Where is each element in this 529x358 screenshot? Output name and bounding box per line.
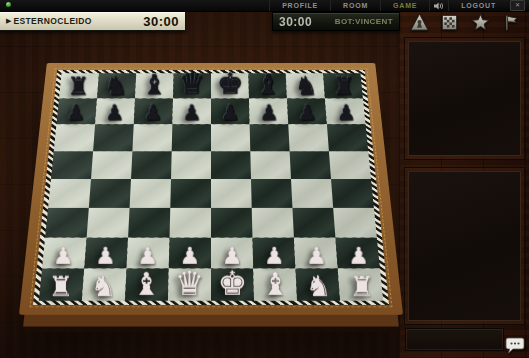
square-d7[interactable]: ♟ [172,98,211,124]
piece-black-pawn[interactable]: ♟ [172,103,211,124]
piece-white-rook[interactable]: ♜ [39,272,82,300]
square-c3[interactable] [128,208,170,238]
square-a6[interactable] [54,124,95,151]
square-d4[interactable] [170,179,211,208]
square-h7[interactable]: ♟ [325,98,366,124]
square-a2[interactable]: ♟ [42,238,87,269]
close-window-button[interactable]: ✕ [510,0,525,11]
square-a5[interactable] [51,151,93,179]
square-e6[interactable] [211,124,250,151]
square-a8[interactable]: ♜ [59,73,99,98]
square-e7[interactable]: ♟ [211,98,250,124]
piece-white-queen[interactable]: ♛ [168,267,211,300]
square-e1[interactable]: ♚ [211,269,254,301]
square-g1[interactable]: ♞ [295,269,340,301]
piece-black-bishop[interactable]: ♝ [249,71,287,99]
square-d6[interactable] [172,124,211,151]
square-e8[interactable]: ♚ [211,73,249,98]
square-d8[interactable]: ♛ [173,73,211,98]
square-f8[interactable]: ♝ [248,73,287,98]
piece-black-knight[interactable]: ♞ [287,73,325,99]
piece-black-rook[interactable]: ♜ [325,73,363,98]
board-wood-frame: ♜♞♝♛♚♝♞♜♟♟♟♟♟♟♟♟♟♟♟♟♟♟♟♟♜♞♝♛♚♝♞♜ [19,63,403,315]
white-player-clock: 30:00 [143,14,179,29]
square-h4[interactable] [331,179,374,208]
square-g2[interactable]: ♟ [294,238,338,269]
square-a4[interactable] [48,179,91,208]
board-icon[interactable] [440,13,459,32]
square-h3[interactable] [333,208,377,238]
piece-badge-icon[interactable] [410,13,429,32]
side-panel-top [404,37,525,160]
chat-bubble-icon[interactable] [505,336,525,355]
square-g7[interactable]: ♟ [287,98,327,124]
square-f2[interactable]: ♟ [252,238,295,269]
square-h6[interactable] [327,124,368,151]
square-c5[interactable] [131,151,172,179]
speaker-icon[interactable] [429,0,448,11]
square-g8[interactable]: ♞ [286,73,325,98]
square-c6[interactable] [132,124,172,151]
piece-black-pawn[interactable]: ♟ [288,103,327,124]
square-f5[interactable] [250,151,291,179]
square-e5[interactable] [211,151,251,179]
piece-black-bishop[interactable]: ♝ [135,71,173,99]
piece-white-rook[interactable]: ♜ [340,272,383,300]
piece-black-pawn[interactable]: ♟ [327,103,366,124]
piece-black-pawn[interactable]: ♟ [211,103,250,124]
square-c2[interactable]: ♟ [127,238,170,269]
piece-white-bishop[interactable]: ♝ [254,269,297,300]
black-player-name: BOT:VINCENT [335,17,393,26]
square-g4[interactable] [291,179,333,208]
square-d5[interactable] [171,151,211,179]
square-a1[interactable]: ♜ [39,269,84,301]
square-b6[interactable] [93,124,134,151]
square-e4[interactable] [211,179,252,208]
piece-black-pawn[interactable]: ♟ [134,103,173,124]
square-c1[interactable]: ♝ [125,269,169,301]
square-d1[interactable]: ♛ [168,269,211,301]
square-f6[interactable] [250,124,290,151]
side-panel-bottom-content [408,171,521,321]
square-h5[interactable] [329,151,371,179]
piece-white-bishop[interactable]: ♝ [125,269,168,300]
menu-room[interactable]: ROOM [330,0,380,11]
square-h2[interactable]: ♟ [335,238,380,269]
square-g3[interactable] [292,208,335,238]
piece-black-pawn[interactable]: ♟ [95,103,134,124]
piece-white-king[interactable]: ♚ [211,267,254,300]
piece-white-knight[interactable]: ♞ [297,271,340,300]
piece-white-pawn[interactable]: ♟ [338,245,380,268]
menu-logout[interactable]: LOGOUT [448,0,508,11]
piece-white-pawn[interactable]: ♟ [84,245,126,268]
square-f4[interactable] [251,179,292,208]
square-c8[interactable]: ♝ [135,73,174,98]
chess-app-window: PROFILE ROOM GAME LOGOUT ✕ ▶ ESTERNOCLEI… [0,0,529,358]
piece-black-rook[interactable]: ♜ [59,73,97,98]
square-h1[interactable]: ♜ [338,269,383,301]
square-b4[interactable] [89,179,131,208]
square-b5[interactable] [91,151,132,179]
piece-white-pawn[interactable]: ♟ [253,245,295,268]
board-tilt: ♜♞♝♛♚♝♞♜♟♟♟♟♟♟♟♟♟♟♟♟♟♟♟♟♜♞♝♛♚♝♞♜ [19,63,403,315]
piece-black-queen[interactable]: ♛ [173,69,211,98]
piece-white-pawn[interactable]: ♟ [42,245,84,268]
square-c4[interactable] [130,179,171,208]
square-a3[interactable] [45,208,89,238]
square-a7[interactable]: ♟ [56,98,97,124]
square-f3[interactable] [252,208,294,238]
square-d3[interactable] [170,208,211,238]
square-b8[interactable]: ♞ [97,73,136,98]
white-player-name: ESTERNOCLEIDO [13,16,91,26]
piece-black-knight[interactable]: ♞ [97,73,135,99]
square-f1[interactable]: ♝ [253,269,297,301]
connection-status-dot [6,2,11,7]
board-stripe-border: ♜♞♝♛♚♝♞♜♟♟♟♟♟♟♟♟♟♟♟♟♟♟♟♟♜♞♝♛♚♝♞♜ [33,70,389,305]
square-c7[interactable]: ♟ [134,98,173,124]
square-e3[interactable] [211,208,252,238]
square-g6[interactable] [288,124,329,151]
piece-black-pawn[interactable]: ♟ [57,103,96,124]
square-h8[interactable]: ♜ [323,73,363,98]
square-b3[interactable] [87,208,130,238]
side-panel-top-content [408,41,521,156]
square-b2[interactable]: ♟ [84,238,128,269]
menu-game[interactable]: GAME [380,0,429,11]
piece-black-pawn[interactable]: ♟ [250,103,289,124]
chat-input[interactable] [405,328,504,351]
square-b7[interactable]: ♟ [95,98,135,124]
piece-white-pawn[interactable]: ♟ [127,245,169,268]
square-f7[interactable]: ♟ [249,98,288,124]
board-grid: ♜♞♝♛♚♝♞♜♟♟♟♟♟♟♟♟♟♟♟♟♟♟♟♟♜♞♝♛♚♝♞♜ [39,73,383,300]
square-b1[interactable]: ♞ [82,269,127,301]
piece-white-knight[interactable]: ♞ [82,271,125,300]
white-player-plate: ▶ ESTERNOCLEIDO 30:00 [0,11,186,31]
piece-white-pawn[interactable]: ♟ [295,245,337,268]
turn-indicator-icon: ▶ [6,17,11,25]
menu-profile[interactable]: PROFILE [269,0,330,11]
side-panel-bottom [404,167,525,325]
star-icon[interactable] [471,13,490,32]
black-player-clock: 30:00 [279,15,312,29]
game-action-toolbar [404,11,526,34]
top-menubar: PROFILE ROOM GAME LOGOUT ✕ [0,0,529,12]
chess-board[interactable]: ♜♞♝♛♚♝♞♜♟♟♟♟♟♟♟♟♟♟♟♟♟♟♟♟♜♞♝♛♚♝♞♜ [34,2,388,356]
square-g5[interactable] [290,151,331,179]
flag-icon[interactable] [501,13,520,32]
black-player-plate: 30:00 BOT:VINCENT [272,12,400,31]
piece-black-king[interactable]: ♚ [211,69,249,98]
